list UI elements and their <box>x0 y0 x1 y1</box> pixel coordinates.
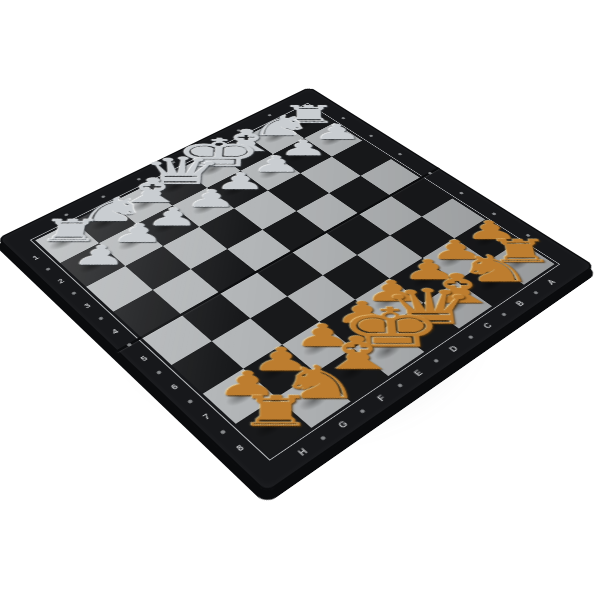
border-dot <box>468 335 474 339</box>
border-dot <box>501 312 507 316</box>
border-dot <box>459 191 464 194</box>
border-dot <box>71 291 77 295</box>
chess-set-photo: 12345678HGFEDCBA ♜♟♞♟♝♟♚♟♛♟♝♟♟♞♜♟♟♜♞♟♟♝♟… <box>0 0 600 600</box>
rank-label-3: 3 <box>82 302 92 310</box>
file-label-e: E <box>412 368 425 377</box>
border-dot <box>533 291 539 295</box>
chess-board: 12345678HGFEDCBA ♜♟♞♟♝♟♚♟♛♟♝♟♟♞♜♟♟♜♞♟♟♝♟… <box>0 87 595 494</box>
border-dot <box>45 267 51 271</box>
file-label-h: H <box>296 447 310 458</box>
border-dot <box>187 399 193 404</box>
border-dot <box>397 153 402 156</box>
file-label-a: A <box>545 278 557 286</box>
rank-label-5: 5 <box>138 354 149 363</box>
rank-label-7: 7 <box>200 412 212 422</box>
rank-label-8: 8 <box>234 443 246 453</box>
border-dot <box>98 316 104 320</box>
file-label-c: C <box>481 321 494 330</box>
border-dot <box>433 359 439 364</box>
file-label-g: G <box>336 419 350 430</box>
border-dot <box>397 383 403 388</box>
border-dot <box>320 436 327 441</box>
border-dot <box>220 430 227 435</box>
rank-label-4: 4 <box>110 327 121 335</box>
border-dot <box>359 409 366 414</box>
file-label-d: D <box>447 344 460 353</box>
rank-label-2: 2 <box>56 277 66 285</box>
rank-label-6: 6 <box>169 382 180 391</box>
file-label-f: F <box>375 393 387 403</box>
rank-label-1: 1 <box>31 254 41 261</box>
file-label-b: B <box>514 299 527 308</box>
border-dot <box>156 370 162 375</box>
